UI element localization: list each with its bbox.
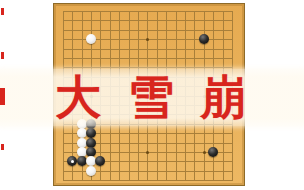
stone-black-last-move [67,156,77,166]
stone-black [77,156,87,166]
banner-text-row: 大 雪 崩 [55,69,246,126]
last-move-marker [71,160,74,163]
left-edge-artifact [1,144,4,150]
left-edge-artifact [1,52,4,59]
stone-white [86,166,96,176]
left-edge-artifact [0,88,5,105]
stone-white [86,34,96,44]
banner-char-da: 大 [55,69,101,126]
banner-char-xue: 雪 [128,69,174,126]
star-point [203,151,206,154]
banner-char-beng: 崩 [200,69,246,126]
screenshot-stage: 大 雪 崩 [0,0,304,190]
star-point [146,151,149,154]
stone-black [95,156,105,166]
title-banner: 大 雪 崩 [0,69,304,126]
stone-black [86,128,96,138]
stone-black [208,147,218,157]
left-edge-artifact [1,8,4,15]
stone-white [77,128,87,138]
stone-black [199,34,209,44]
star-point [146,38,149,41]
